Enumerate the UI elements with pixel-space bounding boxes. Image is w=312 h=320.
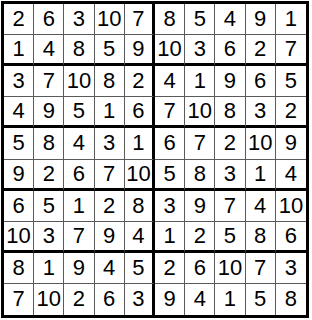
cell-r9c8[interactable]: 10 [215, 253, 245, 284]
cell-r3c5[interactable]: 2 [125, 66, 155, 97]
cell-r1c7[interactable]: 5 [185, 4, 215, 35]
cell-r3c10[interactable]: 5 [276, 66, 306, 97]
cell-r2c1[interactable]: 1 [4, 35, 34, 66]
cell-r2c2[interactable]: 4 [34, 35, 64, 66]
cell-r4c9[interactable]: 3 [246, 97, 276, 128]
cell-r1c3[interactable]: 3 [64, 4, 94, 35]
cell-r8c6[interactable]: 1 [155, 222, 185, 253]
cell-r8c10[interactable]: 6 [276, 222, 306, 253]
cell-r4c10[interactable]: 2 [276, 97, 306, 128]
cell-r7c7[interactable]: 9 [185, 191, 215, 222]
cell-r5c7[interactable]: 7 [185, 128, 215, 159]
cell-r1c9[interactable]: 9 [246, 4, 276, 35]
cell-r10c3[interactable]: 2 [64, 284, 94, 315]
cell-r1c2[interactable]: 6 [34, 4, 64, 35]
cell-r1c4[interactable]: 10 [95, 4, 125, 35]
cell-r10c7[interactable]: 4 [185, 284, 215, 315]
cell-r4c4[interactable]: 1 [95, 97, 125, 128]
cell-r6c9[interactable]: 1 [246, 160, 276, 191]
cell-r1c8[interactable]: 4 [215, 4, 245, 35]
cell-r9c1[interactable]: 8 [4, 253, 34, 284]
cell-r6c6[interactable]: 5 [155, 160, 185, 191]
cell-r3c8[interactable]: 9 [215, 66, 245, 97]
cell-r9c5[interactable]: 5 [125, 253, 155, 284]
cell-r3c4[interactable]: 8 [95, 66, 125, 97]
cell-r8c9[interactable]: 8 [246, 222, 276, 253]
cell-r5c3[interactable]: 4 [64, 128, 94, 159]
cell-r7c8[interactable]: 7 [215, 191, 245, 222]
cell-r7c2[interactable]: 5 [34, 191, 64, 222]
sudoku-grid: 2631078549114859103627371082419654951671… [1, 1, 309, 318]
cell-r10c6[interactable]: 9 [155, 284, 185, 315]
cell-r1c6[interactable]: 8 [155, 4, 185, 35]
cell-r4c1[interactable]: 4 [4, 97, 34, 128]
cell-r9c7[interactable]: 6 [185, 253, 215, 284]
cell-r2c6[interactable]: 10 [155, 35, 185, 66]
cell-r10c9[interactable]: 5 [246, 284, 276, 315]
cell-r8c2[interactable]: 3 [34, 222, 64, 253]
cell-r5c5[interactable]: 1 [125, 128, 155, 159]
cell-r7c10[interactable]: 10 [276, 191, 306, 222]
cell-r8c5[interactable]: 4 [125, 222, 155, 253]
cell-r7c5[interactable]: 8 [125, 191, 155, 222]
cell-r7c1[interactable]: 6 [4, 191, 34, 222]
cell-r6c4[interactable]: 7 [95, 160, 125, 191]
cell-r2c5[interactable]: 9 [125, 35, 155, 66]
cell-r10c2[interactable]: 10 [34, 284, 64, 315]
cell-r7c4[interactable]: 2 [95, 191, 125, 222]
cell-r4c3[interactable]: 5 [64, 97, 94, 128]
cell-r6c10[interactable]: 4 [276, 160, 306, 191]
cell-r8c3[interactable]: 7 [64, 222, 94, 253]
cell-r5c9[interactable]: 10 [246, 128, 276, 159]
cell-r5c2[interactable]: 8 [34, 128, 64, 159]
cell-r6c7[interactable]: 8 [185, 160, 215, 191]
cell-r4c7[interactable]: 10 [185, 97, 215, 128]
cell-r5c8[interactable]: 2 [215, 128, 245, 159]
cell-r2c10[interactable]: 7 [276, 35, 306, 66]
cell-r10c5[interactable]: 3 [125, 284, 155, 315]
cell-r9c9[interactable]: 7 [246, 253, 276, 284]
cell-r1c5[interactable]: 7 [125, 4, 155, 35]
cell-r8c7[interactable]: 2 [185, 222, 215, 253]
cell-r10c8[interactable]: 1 [215, 284, 245, 315]
cell-r10c4[interactable]: 6 [95, 284, 125, 315]
cell-r9c6[interactable]: 2 [155, 253, 185, 284]
cell-r2c4[interactable]: 5 [95, 35, 125, 66]
cell-r6c1[interactable]: 9 [4, 160, 34, 191]
cell-r9c3[interactable]: 9 [64, 253, 94, 284]
cell-r3c7[interactable]: 1 [185, 66, 215, 97]
cell-r2c8[interactable]: 6 [215, 35, 245, 66]
cell-r10c1[interactable]: 7 [4, 284, 34, 315]
cell-r2c7[interactable]: 3 [185, 35, 215, 66]
sudoku-board: 2631078549114859103627371082419654951671… [0, 0, 312, 320]
cell-r6c5[interactable]: 10 [125, 160, 155, 191]
cell-r3c3[interactable]: 10 [64, 66, 94, 97]
cell-r3c6[interactable]: 4 [155, 66, 185, 97]
cell-r6c8[interactable]: 3 [215, 160, 245, 191]
cell-r8c1[interactable]: 10 [4, 222, 34, 253]
cell-r2c9[interactable]: 2 [246, 35, 276, 66]
cell-r4c6[interactable]: 7 [155, 97, 185, 128]
cell-r4c8[interactable]: 8 [215, 97, 245, 128]
cell-r7c9[interactable]: 4 [246, 191, 276, 222]
cell-r3c9[interactable]: 6 [246, 66, 276, 97]
cell-r10c10[interactable]: 8 [276, 284, 306, 315]
cell-r9c10[interactable]: 3 [276, 253, 306, 284]
cell-r2c3[interactable]: 8 [64, 35, 94, 66]
cell-r9c4[interactable]: 4 [95, 253, 125, 284]
cell-r7c6[interactable]: 3 [155, 191, 185, 222]
cell-r8c8[interactable]: 5 [215, 222, 245, 253]
cell-r8c4[interactable]: 9 [95, 222, 125, 253]
cell-r5c1[interactable]: 5 [4, 128, 34, 159]
cell-r3c2[interactable]: 7 [34, 66, 64, 97]
cell-r1c10[interactable]: 1 [276, 4, 306, 35]
cell-r5c6[interactable]: 6 [155, 128, 185, 159]
cell-r5c4[interactable]: 3 [95, 128, 125, 159]
cell-r6c2[interactable]: 2 [34, 160, 64, 191]
cell-r3c1[interactable]: 3 [4, 66, 34, 97]
cell-r9c2[interactable]: 1 [34, 253, 64, 284]
cell-r1c1[interactable]: 2 [4, 4, 34, 35]
cell-r4c2[interactable]: 9 [34, 97, 64, 128]
cell-r6c3[interactable]: 6 [64, 160, 94, 191]
cell-r4c5[interactable]: 6 [125, 97, 155, 128]
cell-r7c3[interactable]: 1 [64, 191, 94, 222]
cell-r5c10[interactable]: 9 [276, 128, 306, 159]
